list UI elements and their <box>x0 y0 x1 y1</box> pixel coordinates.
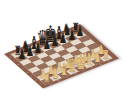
piece-black-pawn: ♟ <box>34 41 43 55</box>
chess-set-photo: abcdefgh87654321 ♜♞♝♛♚♝♞♜♟♟♟♟♟♟♟♟♟♟♟♟♟♟♟… <box>0 0 125 102</box>
piece-black-pawn: ♟ <box>26 44 35 58</box>
piece-black-pawn: ♟ <box>67 28 76 42</box>
piece-black-pawn: ♟ <box>76 24 85 38</box>
piece-white-knight: ♞ <box>93 50 102 65</box>
piece-black-pawn: ♟ <box>42 37 51 51</box>
piece-white-rook: ♜ <box>102 49 109 61</box>
piece-white-rook: ♜ <box>44 72 51 84</box>
piece-white-knight: ♞ <box>51 66 60 81</box>
piece-white-bishop: ♝ <box>59 62 69 78</box>
piece-black-pawn: ♟ <box>51 34 60 48</box>
piece-black-pawn: ♟ <box>17 47 26 61</box>
piece-layer: ♜♞♝♛♚♝♞♜♟♟♟♟♟♟♟♟♟♟♟♟♟♟♟♟♜♞♝♛♚♝♞♜ <box>0 0 125 102</box>
piece-black-pawn: ♟ <box>59 31 68 45</box>
